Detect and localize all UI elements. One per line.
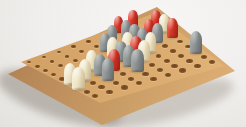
board-hole[interactable]: [156, 54, 162, 58]
board-hole[interactable]: [186, 59, 193, 63]
board-grid: [0, 0, 246, 127]
peg-grey[interactable]: [102, 58, 115, 81]
board-hole[interactable]: [57, 51, 61, 54]
board-hole[interactable]: [136, 81, 143, 85]
board-hole[interactable]: [209, 60, 216, 64]
board-hole[interactable]: [179, 68, 186, 72]
board-hole[interactable]: [165, 73, 172, 77]
board-hole[interactable]: [162, 44, 168, 48]
photo-stage: [0, 0, 246, 127]
board-hole[interactable]: [71, 45, 75, 48]
board-hole[interactable]: [171, 64, 178, 68]
peg-cream[interactable]: [72, 67, 85, 90]
board-hole[interactable]: [58, 64, 63, 67]
board-hole[interactable]: [92, 94, 99, 98]
board-hole[interactable]: [170, 49, 176, 53]
board-hole[interactable]: [86, 40, 90, 43]
board-hole[interactable]: [65, 55, 70, 58]
board-hole[interactable]: [121, 85, 128, 89]
board-hole[interactable]: [128, 77, 135, 81]
board-hole[interactable]: [94, 45, 99, 48]
board-hole[interactable]: [120, 72, 126, 76]
board-hole[interactable]: [178, 54, 184, 58]
board-hole[interactable]: [79, 50, 84, 53]
board-hole[interactable]: [50, 60, 55, 63]
board-hole[interactable]: [42, 56, 46, 59]
board-hole[interactable]: [27, 61, 31, 64]
board-hole[interactable]: [164, 59, 170, 63]
board-hole[interactable]: [98, 85, 105, 89]
board-hole[interactable]: [150, 77, 157, 81]
board-hole[interactable]: [51, 73, 56, 76]
board-hole[interactable]: [106, 90, 113, 94]
board-hole[interactable]: [201, 55, 208, 59]
board-hole[interactable]: [157, 68, 164, 72]
peg-grey[interactable]: [190, 31, 203, 54]
board-hole[interactable]: [43, 69, 48, 72]
board-hole[interactable]: [35, 65, 40, 68]
peg-grey[interactable]: [131, 49, 144, 72]
board-hole[interactable]: [177, 40, 183, 44]
board-hole[interactable]: [73, 59, 78, 62]
peg-red[interactable]: [167, 18, 178, 38]
board-hole[interactable]: [149, 63, 155, 67]
board-hole[interactable]: [194, 64, 201, 68]
